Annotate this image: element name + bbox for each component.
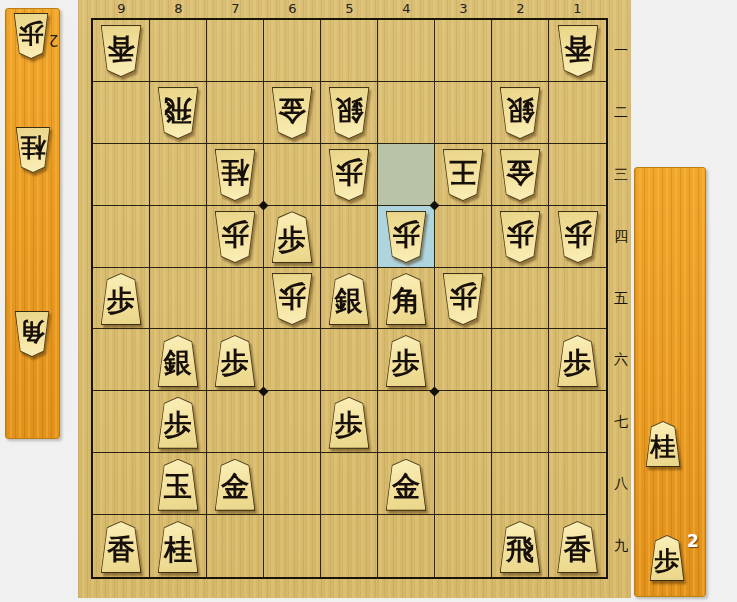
piece-sente-pawn[interactable]: 歩 <box>212 335 259 387</box>
sente-hand-count-pawn: 2 <box>687 531 699 551</box>
silver-kanji: 銀 <box>497 87 544 139</box>
piece-sente-pawn[interactable]: 歩 <box>326 397 373 449</box>
pawn-kanji: 歩 <box>554 335 601 387</box>
silver-kanji: 銀 <box>326 273 373 325</box>
file-label-5: 5 <box>321 0 378 18</box>
square-7-2[interactable] <box>207 82 264 144</box>
square-4-3[interactable] <box>378 144 435 206</box>
piece-gote-pawn[interactable]: 歩 <box>383 211 430 263</box>
square-9-2[interactable] <box>93 82 150 144</box>
gote-hand-stand: 歩2桂角 <box>5 8 60 439</box>
square-7-1[interactable] <box>207 20 264 82</box>
bishop-kanji: 角 <box>12 311 52 357</box>
lance-kanji: 香 <box>98 521 145 573</box>
square-3-2[interactable] <box>435 82 492 144</box>
piece-sente-pawn[interactable]: 歩 <box>155 397 202 449</box>
square-1-3[interactable] <box>549 144 606 206</box>
board-frame: 香香飛金銀銀桂歩王金歩歩歩歩歩歩歩銀角歩銀歩歩歩歩歩玉金金香桂飛香 <box>91 18 608 579</box>
knight-kanji: 桂 <box>155 521 202 573</box>
square-3-3[interactable]: 王 <box>435 144 492 206</box>
pawn-kanji: 歩 <box>212 211 259 263</box>
square-1-5[interactable] <box>549 268 606 330</box>
square-5-6[interactable] <box>321 329 378 391</box>
silver-kanji: 銀 <box>155 335 202 387</box>
file-labels: 987654321 <box>93 0 606 18</box>
rook-kanji: 飛 <box>155 87 202 139</box>
square-1-6[interactable]: 歩 <box>549 329 606 391</box>
piece-gote-silver[interactable]: 銀 <box>326 87 373 139</box>
pawn-kanji: 歩 <box>326 397 373 449</box>
piece-gote-gold[interactable]: 金 <box>269 87 316 139</box>
square-5-1[interactable] <box>321 20 378 82</box>
square-9-3[interactable] <box>93 144 150 206</box>
pawn-kanji: 歩 <box>269 273 316 325</box>
bishop-kanji: 角 <box>383 273 430 325</box>
sente-hand-stand: 桂歩2 <box>634 167 706 597</box>
square-8-3[interactable] <box>150 144 207 206</box>
gote-hand-count-pawn: 2 <box>49 31 59 49</box>
square-5-7[interactable]: 歩 <box>321 391 378 453</box>
square-8-7[interactable]: 歩 <box>150 391 207 453</box>
square-9-7[interactable] <box>93 391 150 453</box>
file-label-7: 7 <box>207 0 264 18</box>
square-3-8[interactable] <box>435 453 492 515</box>
square-2-1[interactable] <box>492 20 549 82</box>
square-5-9[interactable] <box>321 515 378 577</box>
square-4-5[interactable]: 角 <box>378 268 435 330</box>
rank-label-1: 一 <box>609 20 633 82</box>
file-label-3: 3 <box>435 0 492 18</box>
rank-label-7: 七 <box>609 391 633 453</box>
piece-gote-knight[interactable]: 桂 <box>13 127 53 173</box>
piece-sente-pawn[interactable]: 歩 <box>269 211 316 263</box>
rank-label-4: 四 <box>609 206 633 268</box>
square-3-5[interactable]: 歩 <box>435 268 492 330</box>
file-label-8: 8 <box>150 0 207 18</box>
file-label-2: 2 <box>492 0 549 18</box>
square-6-1[interactable] <box>264 20 321 82</box>
square-9-6[interactable] <box>93 329 150 391</box>
file-label-1: 1 <box>549 0 606 18</box>
square-9-5[interactable]: 歩 <box>93 268 150 330</box>
square-8-4[interactable] <box>150 206 207 268</box>
square-9-4[interactable] <box>93 206 150 268</box>
pawn-kanji: 歩 <box>383 211 430 263</box>
pawn-kanji: 歩 <box>497 211 544 263</box>
silver-kanji: 銀 <box>326 87 373 139</box>
king-kanji: 王 <box>440 149 487 201</box>
square-6-2[interactable]: 金 <box>264 82 321 144</box>
square-9-1[interactable]: 香 <box>93 20 150 82</box>
piece-sente-king[interactable]: 玉 <box>155 459 202 511</box>
lance-kanji: 香 <box>554 521 601 573</box>
square-3-1[interactable] <box>435 20 492 82</box>
square-3-9[interactable] <box>435 515 492 577</box>
piece-sente-pawn[interactable]: 歩 <box>554 335 601 387</box>
square-5-2[interactable]: 銀 <box>321 82 378 144</box>
shogi-board: 987654321 一二三四五六七八九 香香飛金銀銀桂歩王金歩歩歩歩歩歩歩銀角歩… <box>78 0 631 598</box>
square-6-5[interactable]: 歩 <box>264 268 321 330</box>
rank-label-2: 二 <box>609 82 633 144</box>
rank-label-5: 五 <box>609 268 633 330</box>
pawn-kanji: 歩 <box>440 273 487 325</box>
piece-gote-pawn[interactable]: 歩 <box>440 273 487 325</box>
pawn-kanji: 歩 <box>383 335 430 387</box>
square-3-7[interactable] <box>435 391 492 453</box>
piece-gote-pawn[interactable]: 歩 <box>326 149 373 201</box>
square-1-7[interactable] <box>549 391 606 453</box>
board-grid: 香香飛金銀銀桂歩王金歩歩歩歩歩歩歩銀角歩銀歩歩歩歩歩玉金金香桂飛香 <box>93 20 606 577</box>
square-4-2[interactable] <box>378 82 435 144</box>
piece-sente-gold[interactable]: 金 <box>383 459 430 511</box>
square-8-1[interactable] <box>150 20 207 82</box>
square-4-4[interactable]: 歩 <box>378 206 435 268</box>
piece-sente-pawn[interactable]: 歩 <box>647 535 687 581</box>
piece-gote-pawn[interactable]: 歩 <box>11 13 51 59</box>
piece-gote-pawn[interactable]: 歩 <box>212 211 259 263</box>
square-9-9[interactable]: 香 <box>93 515 150 577</box>
square-3-6[interactable] <box>435 329 492 391</box>
rank-label-8: 八 <box>609 453 633 515</box>
square-7-6[interactable]: 歩 <box>207 329 264 391</box>
square-4-6[interactable]: 歩 <box>378 329 435 391</box>
square-8-9[interactable]: 桂 <box>150 515 207 577</box>
square-2-2[interactable]: 銀 <box>492 82 549 144</box>
square-2-3[interactable]: 金 <box>492 144 549 206</box>
rank-labels: 一二三四五六七八九 <box>609 20 633 577</box>
gold-kanji: 金 <box>383 459 430 511</box>
square-6-9[interactable] <box>264 515 321 577</box>
piece-sente-lance[interactable]: 香 <box>554 521 601 573</box>
knight-kanji: 桂 <box>643 421 683 467</box>
piece-gote-king[interactable]: 王 <box>440 149 487 201</box>
square-1-4[interactable]: 歩 <box>549 206 606 268</box>
square-5-5[interactable]: 銀 <box>321 268 378 330</box>
square-7-3[interactable]: 桂 <box>207 144 264 206</box>
piece-gote-pawn[interactable]: 歩 <box>269 273 316 325</box>
piece-sente-silver[interactable]: 銀 <box>155 335 202 387</box>
piece-gote-rook[interactable]: 飛 <box>155 87 202 139</box>
king-kanji: 玉 <box>155 459 202 511</box>
piece-sente-knight[interactable]: 桂 <box>155 521 202 573</box>
lance-kanji: 香 <box>98 25 145 77</box>
square-6-6[interactable] <box>264 329 321 391</box>
square-2-5[interactable] <box>492 268 549 330</box>
square-7-4[interactable]: 歩 <box>207 206 264 268</box>
rank-label-6: 六 <box>609 329 633 391</box>
square-8-6[interactable]: 銀 <box>150 329 207 391</box>
file-label-9: 9 <box>93 0 150 18</box>
square-2-6[interactable] <box>492 329 549 391</box>
square-4-1[interactable] <box>378 20 435 82</box>
gold-kanji: 金 <box>269 87 316 139</box>
gold-kanji: 金 <box>212 459 259 511</box>
piece-gote-pawn[interactable]: 歩 <box>554 211 601 263</box>
piece-sente-rook[interactable]: 飛 <box>497 521 544 573</box>
square-8-8[interactable]: 玉 <box>150 453 207 515</box>
square-1-2[interactable] <box>549 82 606 144</box>
piece-gote-gold[interactable]: 金 <box>497 149 544 201</box>
square-8-5[interactable] <box>150 268 207 330</box>
square-1-8[interactable] <box>549 453 606 515</box>
piece-sente-gold[interactable]: 金 <box>212 459 259 511</box>
piece-gote-lance[interactable]: 香 <box>98 25 145 77</box>
piece-sente-silver[interactable]: 銀 <box>326 273 373 325</box>
piece-gote-pawn[interactable]: 歩 <box>497 211 544 263</box>
piece-gote-bishop[interactable]: 角 <box>12 311 52 357</box>
square-4-7[interactable] <box>378 391 435 453</box>
pawn-kanji: 歩 <box>326 149 373 201</box>
square-6-3[interactable] <box>264 144 321 206</box>
square-9-8[interactable] <box>93 453 150 515</box>
square-4-8[interactable]: 金 <box>378 453 435 515</box>
piece-sente-pawn[interactable]: 歩 <box>383 335 430 387</box>
square-1-9[interactable]: 香 <box>549 515 606 577</box>
square-2-8[interactable] <box>492 453 549 515</box>
square-7-8[interactable]: 金 <box>207 453 264 515</box>
square-1-1[interactable]: 香 <box>549 20 606 82</box>
square-5-4[interactable] <box>321 206 378 268</box>
rook-kanji: 飛 <box>497 521 544 573</box>
square-2-7[interactable] <box>492 391 549 453</box>
pawn-kanji: 歩 <box>554 211 601 263</box>
pawn-kanji: 歩 <box>647 535 687 581</box>
piece-gote-silver[interactable]: 銀 <box>497 87 544 139</box>
rank-label-3: 三 <box>609 144 633 206</box>
square-7-9[interactable] <box>207 515 264 577</box>
square-6-7[interactable] <box>264 391 321 453</box>
piece-sente-lance[interactable]: 香 <box>98 521 145 573</box>
lance-kanji: 香 <box>554 25 601 77</box>
pawn-kanji: 歩 <box>269 211 316 263</box>
pawn-kanji: 歩 <box>98 273 145 325</box>
square-5-8[interactable] <box>321 453 378 515</box>
square-6-8[interactable] <box>264 453 321 515</box>
piece-gote-knight[interactable]: 桂 <box>212 149 259 201</box>
square-8-2[interactable]: 飛 <box>150 82 207 144</box>
knight-kanji: 桂 <box>212 149 259 201</box>
square-2-4[interactable]: 歩 <box>492 206 549 268</box>
file-label-6: 6 <box>264 0 321 18</box>
square-3-4[interactable] <box>435 206 492 268</box>
piece-sente-knight[interactable]: 桂 <box>643 421 683 467</box>
piece-gote-lance[interactable]: 香 <box>554 25 601 77</box>
square-4-9[interactable] <box>378 515 435 577</box>
gold-kanji: 金 <box>497 149 544 201</box>
square-7-7[interactable] <box>207 391 264 453</box>
pawn-kanji: 歩 <box>11 13 51 59</box>
pawn-kanji: 歩 <box>155 397 202 449</box>
piece-sente-pawn[interactable]: 歩 <box>98 273 145 325</box>
square-2-9[interactable]: 飛 <box>492 515 549 577</box>
file-label-4: 4 <box>378 0 435 18</box>
square-7-5[interactable] <box>207 268 264 330</box>
square-6-4[interactable]: 歩 <box>264 206 321 268</box>
rank-label-9: 九 <box>609 515 633 577</box>
pawn-kanji: 歩 <box>212 335 259 387</box>
piece-sente-bishop[interactable]: 角 <box>383 273 430 325</box>
square-5-3[interactable]: 歩 <box>321 144 378 206</box>
knight-kanji: 桂 <box>13 127 53 173</box>
